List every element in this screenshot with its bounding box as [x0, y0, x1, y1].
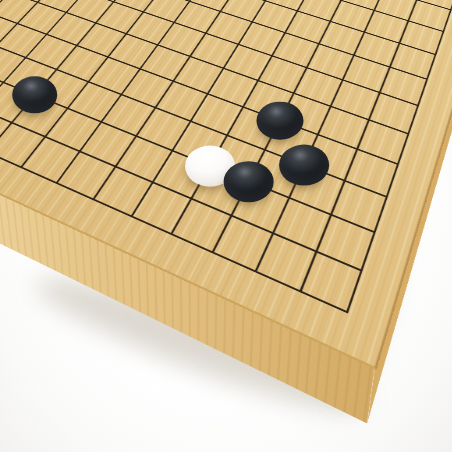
- black-stone[interactable]: [256, 101, 303, 140]
- black-stone[interactable]: [279, 145, 329, 186]
- black-stone[interactable]: [223, 161, 274, 203]
- product-photo: [0, 0, 452, 452]
- scene-wrapper: [0, 0, 452, 452]
- black-stone[interactable]: [12, 76, 58, 113]
